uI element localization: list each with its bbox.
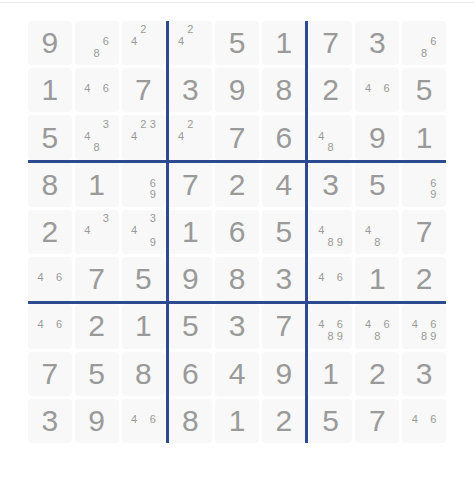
cell-candidates: 46: [355, 68, 399, 112]
cell-r4c5[interactable]: 2: [215, 163, 259, 207]
cell-r2c8[interactable]: 46: [355, 68, 399, 112]
candidate-4: 4: [130, 130, 139, 142]
sudoku-board-cells: 9682424517368146739824655348234247648918…: [28, 21, 446, 443]
cell-value: 8: [275, 75, 292, 105]
cell-candidates: 46: [309, 257, 353, 301]
cell-value: 3: [416, 359, 433, 389]
cell-r2c4[interactable]: 3: [168, 68, 212, 112]
cell-value: 7: [88, 264, 105, 294]
cell-value: 3: [369, 28, 386, 58]
cell-r7c1[interactable]: 46: [28, 304, 72, 348]
cell-value: 7: [42, 359, 59, 389]
cell-candidates: 69: [122, 163, 166, 207]
candidate-6: 6: [429, 414, 438, 426]
candidate-4: 4: [317, 319, 326, 331]
candidate-4: 4: [36, 272, 45, 284]
cell-r4c7[interactable]: 3: [309, 163, 353, 207]
cell-value: 5: [369, 170, 386, 200]
cell-value: 7: [182, 170, 199, 200]
cell-r2c6[interactable]: 8: [262, 68, 306, 112]
cell-value: 5: [182, 311, 199, 341]
cell-candidates: 46: [75, 68, 119, 112]
cell-value: 3: [322, 170, 339, 200]
cell-value: 5: [229, 28, 246, 58]
cell-candidates: 4689: [402, 304, 446, 348]
candidate-6: 6: [55, 319, 64, 331]
cell-value: 1: [42, 75, 59, 105]
cell-candidates: 24: [168, 21, 212, 65]
cell-r5c4[interactable]: 1: [168, 210, 212, 254]
box-separator-horizontal-top: [28, 160, 446, 163]
cell-r6c1[interactable]: 46: [28, 257, 72, 301]
cell-value: 7: [416, 217, 433, 247]
cell-r7c6[interactable]: 7: [262, 304, 306, 348]
cell-r3c2[interactable]: 348: [75, 115, 119, 159]
cell-r2c2[interactable]: 46: [75, 68, 119, 112]
cell-r9c2[interactable]: 9: [75, 399, 119, 443]
cell-candidates: 46: [28, 257, 72, 301]
candidate-4: 4: [176, 130, 185, 142]
candidate-4: 4: [83, 83, 92, 95]
cell-value: 9: [42, 28, 59, 58]
cell-candidates: 234: [122, 115, 166, 159]
cell-r9c1[interactable]: 3: [28, 399, 72, 443]
cell-value: 2: [369, 359, 386, 389]
cell-r5c9[interactable]: 7: [402, 210, 446, 254]
cell-r2c5[interactable]: 9: [215, 68, 259, 112]
cell-candidates: 4689: [309, 304, 353, 348]
candidate-9: 9: [335, 236, 344, 248]
cell-value: 8: [229, 264, 246, 294]
cell-r7c4[interactable]: 5: [168, 304, 212, 348]
cell-r8c4[interactable]: 6: [168, 352, 212, 396]
cell-r2c7[interactable]: 2: [309, 68, 353, 112]
cell-value: 1: [229, 406, 246, 436]
cell-value: 8: [182, 406, 199, 436]
candidate-9: 9: [429, 331, 438, 343]
cell-r6c3[interactable]: 5: [122, 257, 166, 301]
cell-r9c6[interactable]: 2: [262, 399, 306, 443]
candidate-2: 2: [186, 118, 195, 130]
candidate-8: 8: [373, 331, 382, 343]
cell-r3c1[interactable]: 5: [28, 115, 72, 159]
cell-value: 9: [88, 406, 105, 436]
cell-candidates: 46: [122, 399, 166, 443]
cell-value: 1: [88, 170, 105, 200]
candidate-6: 6: [55, 272, 64, 284]
cell-r3c7[interactable]: 48: [309, 115, 353, 159]
cell-r8c3[interactable]: 8: [122, 352, 166, 396]
candidate-4: 4: [83, 130, 92, 142]
candidate-3: 3: [148, 118, 157, 130]
candidate-9: 9: [148, 236, 157, 248]
cell-r3c8[interactable]: 9: [355, 115, 399, 159]
cell-candidates: 24: [168, 115, 212, 159]
cell-value: 6: [229, 217, 246, 247]
cell-r6c6[interactable]: 3: [262, 257, 306, 301]
candidate-4: 4: [317, 225, 326, 237]
cell-r5c8[interactable]: 48: [355, 210, 399, 254]
cell-r8c6[interactable]: 9: [262, 352, 306, 396]
cell-r1c7[interactable]: 7: [309, 21, 353, 65]
cell-r3c3[interactable]: 234: [122, 115, 166, 159]
cell-r1c6[interactable]: 1: [262, 21, 306, 65]
cell-r5c6[interactable]: 5: [262, 210, 306, 254]
candidate-4: 4: [83, 225, 92, 237]
cell-value: 1: [369, 264, 386, 294]
candidate-6: 6: [382, 319, 391, 331]
cell-r6c2[interactable]: 7: [75, 257, 119, 301]
cell-r9c4[interactable]: 8: [168, 399, 212, 443]
cell-value: 5: [42, 123, 59, 153]
cell-candidates: 48: [355, 210, 399, 254]
cell-candidates: 69: [402, 163, 446, 207]
candidate-4: 4: [363, 83, 372, 95]
cell-r8c8[interactable]: 2: [355, 352, 399, 396]
candidate-8: 8: [92, 142, 101, 154]
cell-value: 3: [229, 311, 246, 341]
cell-value: 2: [88, 311, 105, 341]
cell-value: 6: [182, 359, 199, 389]
cell-value: 1: [135, 311, 152, 341]
cell-value: 2: [416, 264, 433, 294]
cell-r8c7[interactable]: 1: [309, 352, 353, 396]
candidate-4: 4: [363, 319, 372, 331]
candidate-8: 8: [92, 47, 101, 59]
cell-r7c2[interactable]: 2: [75, 304, 119, 348]
candidate-4: 4: [410, 414, 419, 426]
cell-candidates: 489: [309, 210, 353, 254]
cell-r8c1[interactable]: 7: [28, 352, 72, 396]
candidate-8: 8: [326, 331, 335, 343]
candidate-4: 4: [410, 319, 419, 331]
cell-r3c9[interactable]: 1: [402, 115, 446, 159]
cell-r5c5[interactable]: 6: [215, 210, 259, 254]
candidate-4: 4: [363, 225, 372, 237]
box-separator-vertical-right: [305, 21, 308, 443]
candidate-4: 4: [317, 272, 326, 284]
cell-value: 5: [322, 406, 339, 436]
cell-value: 1: [182, 217, 199, 247]
cell-r1c1[interactable]: 9: [28, 21, 72, 65]
cell-r6c5[interactable]: 8: [215, 257, 259, 301]
cell-r5c7[interactable]: 489: [309, 210, 353, 254]
cell-r4c3[interactable]: 69: [122, 163, 166, 207]
cell-value: 3: [182, 75, 199, 105]
candidate-9: 9: [335, 331, 344, 343]
cell-r6c4[interactable]: 9: [168, 257, 212, 301]
cell-r1c8[interactable]: 3: [355, 21, 399, 65]
cell-r8c2[interactable]: 5: [75, 352, 119, 396]
cell-candidates: 68: [402, 21, 446, 65]
cell-value: 4: [275, 170, 292, 200]
cell-r5c1[interactable]: 2: [28, 210, 72, 254]
cell-value: 5: [88, 359, 105, 389]
top-divider: [0, 2, 474, 3]
candidate-4: 4: [130, 225, 139, 237]
cell-r2c9[interactable]: 5: [402, 68, 446, 112]
cell-value: 5: [275, 217, 292, 247]
candidate-3: 3: [148, 213, 157, 225]
cell-value: 3: [42, 406, 59, 436]
candidate-6: 6: [101, 36, 110, 48]
cell-value: 2: [275, 406, 292, 436]
cell-r1c9[interactable]: 68: [402, 21, 446, 65]
cell-value: 5: [416, 75, 433, 105]
candidate-6: 6: [429, 319, 438, 331]
candidate-3: 3: [101, 213, 110, 225]
cell-value: 1: [416, 123, 433, 153]
cell-r4c2[interactable]: 1: [75, 163, 119, 207]
cell-candidates: 348: [75, 115, 119, 159]
cell-value: 7: [275, 311, 292, 341]
box-separator-vertical-left: [166, 21, 169, 443]
candidate-8: 8: [373, 236, 382, 248]
cell-candidates: 468: [355, 304, 399, 348]
cell-r7c9[interactable]: 4689: [402, 304, 446, 348]
cell-value: 1: [275, 28, 292, 58]
cell-r4c1[interactable]: 8: [28, 163, 72, 207]
candidate-6: 6: [335, 272, 344, 284]
cell-r8c9[interactable]: 3: [402, 352, 446, 396]
cell-r4c9[interactable]: 69: [402, 163, 446, 207]
cell-r9c5[interactable]: 1: [215, 399, 259, 443]
cell-r7c7[interactable]: 4689: [309, 304, 353, 348]
cell-candidates: 46: [28, 304, 72, 348]
candidate-6: 6: [101, 83, 110, 95]
cell-value: 7: [369, 406, 386, 436]
cell-value: 7: [229, 123, 246, 153]
cell-r1c4[interactable]: 24: [168, 21, 212, 65]
candidate-8: 8: [326, 236, 335, 248]
candidate-8: 8: [419, 47, 428, 59]
candidate-2: 2: [186, 24, 195, 36]
candidate-8: 8: [419, 331, 428, 343]
cell-value: 8: [42, 170, 59, 200]
candidate-6: 6: [148, 414, 157, 426]
cell-r1c5[interactable]: 5: [215, 21, 259, 65]
cell-r3c5[interactable]: 7: [215, 115, 259, 159]
cell-candidates: 349: [122, 210, 166, 254]
candidate-6: 6: [148, 177, 157, 189]
cell-r4c8[interactable]: 5: [355, 163, 399, 207]
cell-r7c5[interactable]: 3: [215, 304, 259, 348]
cell-candidates: 68: [75, 21, 119, 65]
cell-r6c9[interactable]: 2: [402, 257, 446, 301]
cell-r7c8[interactable]: 468: [355, 304, 399, 348]
candidate-6: 6: [382, 83, 391, 95]
candidate-4: 4: [130, 414, 139, 426]
cell-r4c6[interactable]: 4: [262, 163, 306, 207]
candidate-6: 6: [429, 36, 438, 48]
cell-candidates: 48: [309, 115, 353, 159]
box-separator-horizontal-bottom: [28, 301, 446, 304]
cell-value: 2: [42, 217, 59, 247]
candidate-2: 2: [139, 24, 148, 36]
cell-value: 9: [275, 359, 292, 389]
cell-r5c3[interactable]: 349: [122, 210, 166, 254]
candidate-9: 9: [429, 189, 438, 201]
cell-r8c5[interactable]: 4: [215, 352, 259, 396]
cell-r3c4[interactable]: 24: [168, 115, 212, 159]
cell-value: 7: [135, 75, 152, 105]
cell-value: 9: [369, 123, 386, 153]
candidate-8: 8: [326, 142, 335, 154]
cell-candidates: 24: [122, 21, 166, 65]
cell-value: 7: [322, 28, 339, 58]
candidate-4: 4: [317, 130, 326, 142]
cell-r1c2[interactable]: 68: [75, 21, 119, 65]
candidate-4: 4: [36, 319, 45, 331]
sudoku-board: 9682424517368146739824655348234247648918…: [28, 21, 446, 443]
cell-value: 2: [322, 75, 339, 105]
cell-r9c3[interactable]: 46: [122, 399, 166, 443]
candidate-6: 6: [335, 319, 344, 331]
cell-r1c3[interactable]: 24: [122, 21, 166, 65]
cell-value: 1: [322, 359, 339, 389]
cell-value: 6: [275, 123, 292, 153]
candidate-4: 4: [176, 36, 185, 48]
cell-value: 9: [182, 264, 199, 294]
cell-r2c1[interactable]: 1: [28, 68, 72, 112]
cell-r4c4[interactable]: 7: [168, 163, 212, 207]
cell-r3c6[interactable]: 6: [262, 115, 306, 159]
cell-value: 3: [275, 264, 292, 294]
cell-value: 5: [135, 264, 152, 294]
cell-value: 9: [229, 75, 246, 105]
cell-r6c7[interactable]: 46: [309, 257, 353, 301]
cell-r9c9[interactable]: 46: [402, 399, 446, 443]
cell-r2c3[interactable]: 7: [122, 68, 166, 112]
cell-r7c3[interactable]: 1: [122, 304, 166, 348]
candidate-9: 9: [148, 189, 157, 201]
cell-r5c2[interactable]: 34: [75, 210, 119, 254]
candidate-3: 3: [101, 118, 110, 130]
candidate-4: 4: [130, 36, 139, 48]
cell-value: 4: [229, 359, 246, 389]
cell-value: 2: [229, 170, 246, 200]
cell-candidates: 34: [75, 210, 119, 254]
cell-r6c8[interactable]: 1: [355, 257, 399, 301]
cell-candidates: 46: [402, 399, 446, 443]
cell-r9c7[interactable]: 5: [309, 399, 353, 443]
candidate-2: 2: [139, 118, 148, 130]
cell-r9c8[interactable]: 7: [355, 399, 399, 443]
cell-value: 8: [135, 359, 152, 389]
candidate-6: 6: [429, 177, 438, 189]
